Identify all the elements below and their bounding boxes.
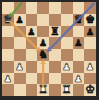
square-a6[interactable] <box>2 26 14 38</box>
square-e4[interactable] <box>49 49 61 61</box>
piece-black-pawn-b7[interactable]: ♟ <box>14 14 26 26</box>
chess-board-frame: ♛♟♛♚♟♜♟♟♟♞♟♟♟♟♟♜♜♚ <box>0 0 99 100</box>
piece-white-queen-a7[interactable]: ♛ <box>2 14 14 26</box>
square-b5[interactable] <box>14 37 26 49</box>
square-h1[interactable]: ♚ <box>84 84 96 96</box>
square-e6[interactable]: ♜ <box>49 26 61 38</box>
square-h6[interactable]: ♟ <box>84 26 96 38</box>
piece-white-pawn-h3[interactable]: ♟ <box>84 61 96 73</box>
square-a7[interactable]: ♛ <box>2 14 14 26</box>
piece-white-pawn-a2[interactable]: ♟ <box>2 73 14 85</box>
piece-black-king-h7[interactable]: ♚ <box>84 14 96 26</box>
square-f1[interactable]: ♜ <box>61 84 73 96</box>
square-f5[interactable] <box>61 37 73 49</box>
square-d7[interactable] <box>37 14 49 26</box>
square-f6[interactable] <box>61 26 73 38</box>
square-f3[interactable]: ♟ <box>61 61 73 73</box>
square-a5[interactable] <box>2 37 14 49</box>
square-g7[interactable]: ♛ <box>73 14 85 26</box>
square-b6[interactable] <box>14 26 26 38</box>
square-d1[interactable]: ♜ <box>37 84 49 96</box>
square-g1[interactable] <box>73 84 85 96</box>
piece-black-rook-e6[interactable]: ♜ <box>49 26 61 38</box>
piece-white-pawn-g2[interactable]: ♟ <box>73 73 85 85</box>
piece-black-pawn-c6[interactable]: ♟ <box>26 26 38 38</box>
piece-white-rook-d1[interactable]: ♜ <box>37 84 49 96</box>
square-f8[interactable] <box>61 2 73 14</box>
square-b3[interactable]: ♟ <box>14 61 26 73</box>
piece-black-pawn-g5[interactable]: ♟ <box>73 37 85 49</box>
square-d6[interactable] <box>37 26 49 38</box>
square-a1[interactable] <box>2 84 14 96</box>
piece-white-king-h1[interactable]: ♚ <box>84 84 96 96</box>
square-b7[interactable]: ♟ <box>14 14 26 26</box>
square-f7[interactable] <box>61 14 73 26</box>
square-c5[interactable] <box>26 37 38 49</box>
square-g4[interactable] <box>73 49 85 61</box>
square-c2[interactable] <box>26 73 38 85</box>
square-h8[interactable] <box>84 2 96 14</box>
square-e1[interactable] <box>49 84 61 96</box>
piece-white-pawn-f3[interactable]: ♟ <box>61 61 73 73</box>
square-c6[interactable]: ♟ <box>26 26 38 38</box>
square-c7[interactable] <box>26 14 38 26</box>
piece-black-pawn-h6[interactable]: ♟ <box>84 26 96 38</box>
square-c3[interactable] <box>26 61 38 73</box>
square-e5[interactable] <box>49 37 61 49</box>
square-g8[interactable] <box>73 2 85 14</box>
square-a3[interactable] <box>2 61 14 73</box>
chess-board[interactable]: ♛♟♛♚♟♜♟♟♟♞♟♟♟♟♟♜♜♚ <box>2 2 96 96</box>
square-a2[interactable]: ♟ <box>2 73 14 85</box>
square-h4[interactable] <box>84 49 96 61</box>
square-c1[interactable] <box>26 84 38 96</box>
square-c4[interactable] <box>26 49 38 61</box>
square-g5[interactable]: ♟ <box>73 37 85 49</box>
piece-black-knight-d4[interactable]: ♞ <box>37 49 49 61</box>
piece-black-queen-g7[interactable]: ♛ <box>73 14 85 26</box>
square-b2[interactable] <box>14 73 26 85</box>
square-e8[interactable] <box>49 2 61 14</box>
square-e7[interactable] <box>49 14 61 26</box>
square-h7[interactable]: ♚ <box>84 14 96 26</box>
square-e3[interactable] <box>49 61 61 73</box>
square-e2[interactable] <box>49 73 61 85</box>
square-d3[interactable] <box>37 61 49 73</box>
square-b4[interactable] <box>14 49 26 61</box>
square-d4[interactable]: ♞ <box>37 49 49 61</box>
square-c8[interactable] <box>26 2 38 14</box>
square-h3[interactable]: ♟ <box>84 61 96 73</box>
square-b1[interactable] <box>14 84 26 96</box>
square-g6[interactable] <box>73 26 85 38</box>
square-h5[interactable] <box>84 37 96 49</box>
square-a8[interactable] <box>2 2 14 14</box>
square-f4[interactable] <box>61 49 73 61</box>
square-d8[interactable] <box>37 2 49 14</box>
piece-white-rook-f1[interactable]: ♜ <box>61 84 73 96</box>
square-a4[interactable] <box>2 49 14 61</box>
square-g2[interactable]: ♟ <box>73 73 85 85</box>
piece-white-pawn-b3[interactable]: ♟ <box>14 61 26 73</box>
square-b8[interactable] <box>14 2 26 14</box>
square-g3[interactable] <box>73 61 85 73</box>
